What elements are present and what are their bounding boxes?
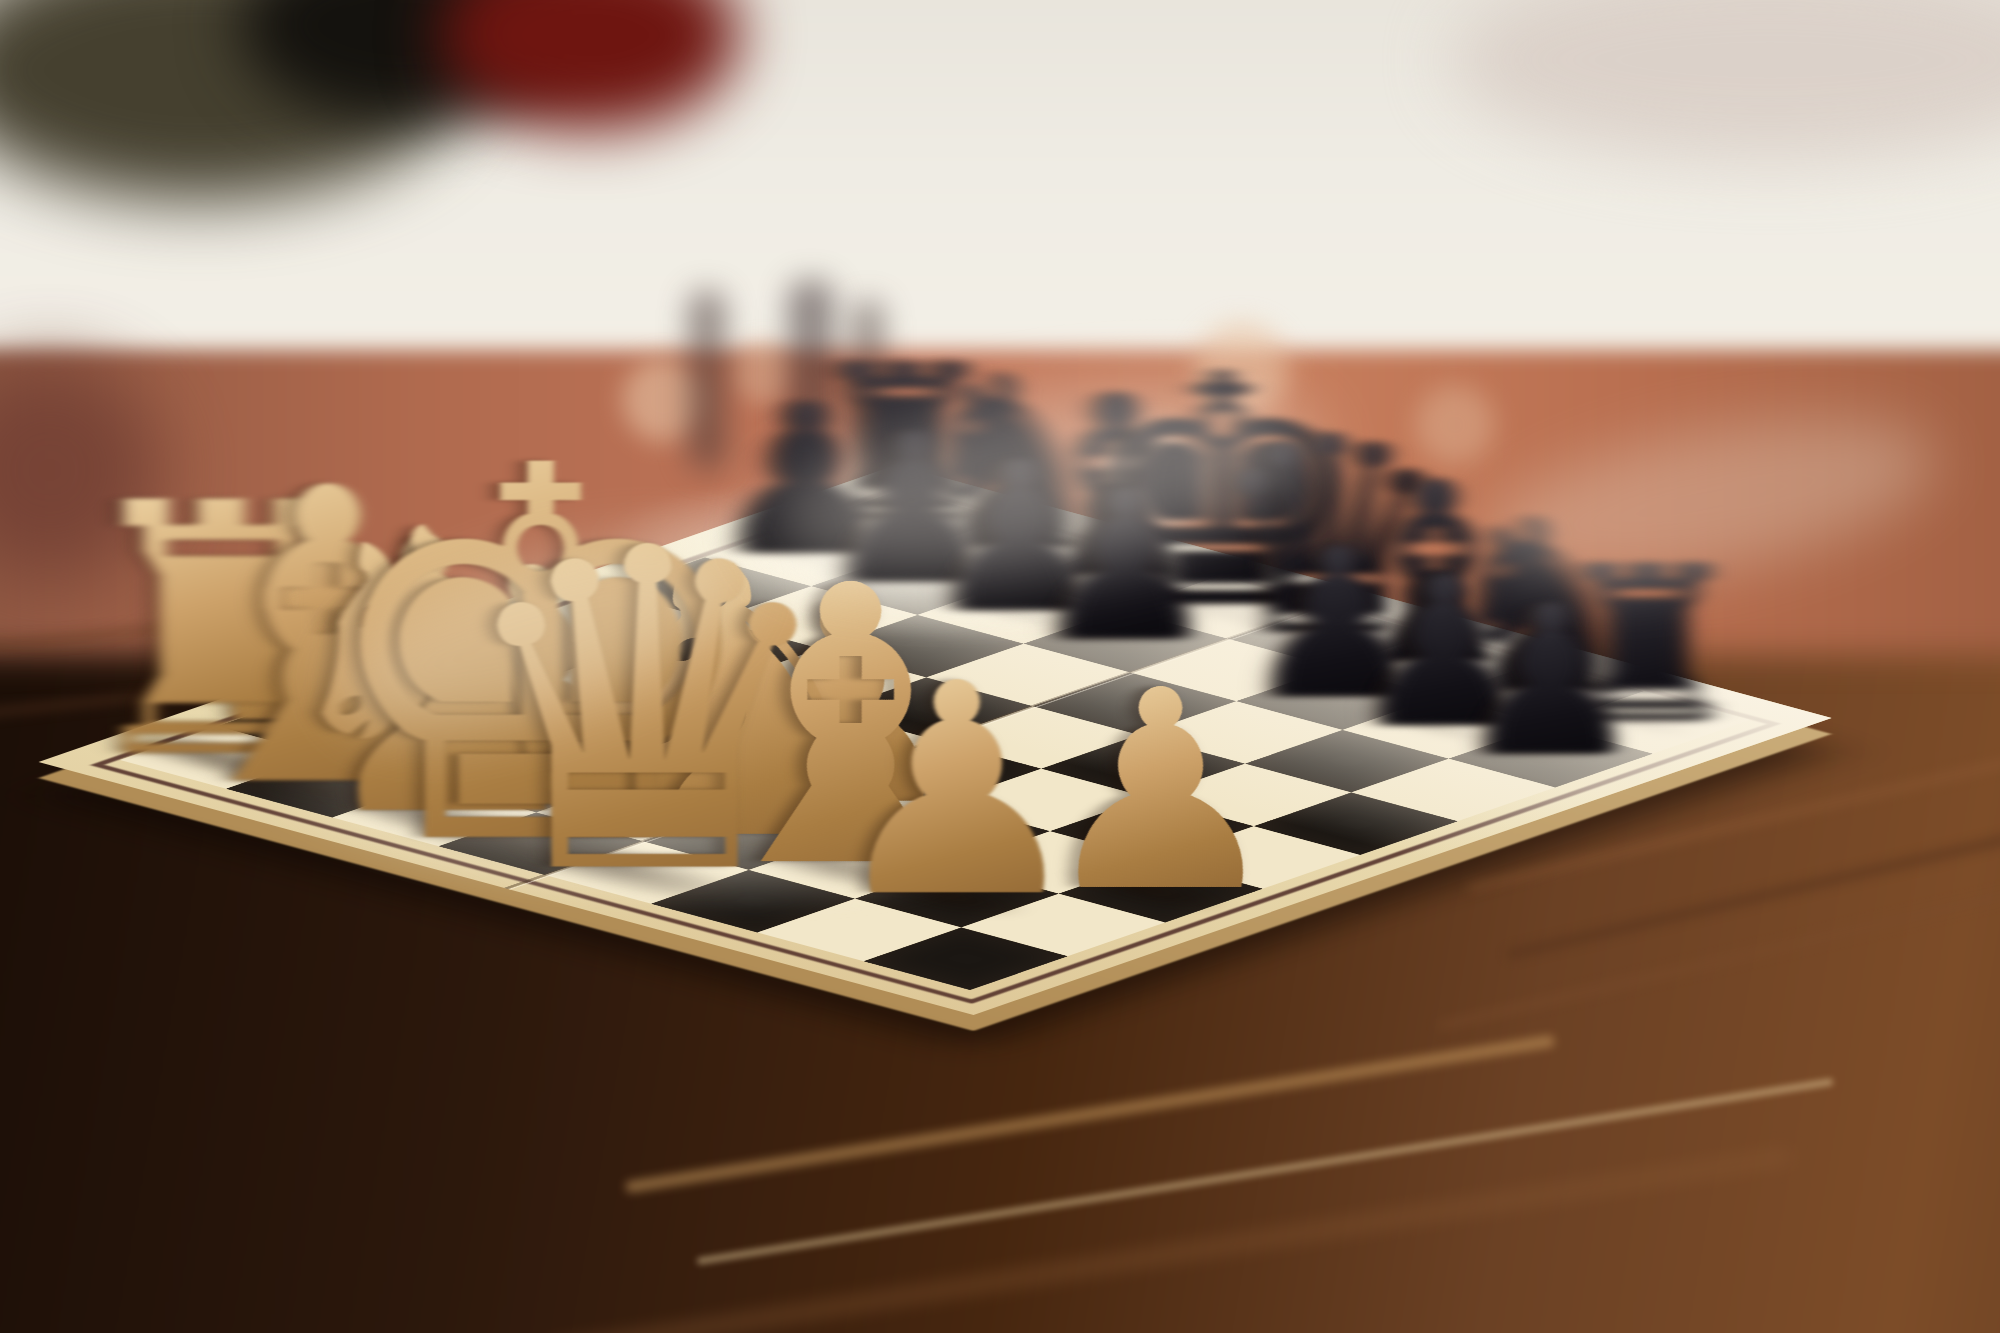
chess-photo-scene: ♜♝♞♚♛♟♟♟♟♞♝♟♟♟♜♞♝♛♚♝♞♜♟♟♟♟♟♟♟ [0, 0, 2000, 1333]
black-pawn-glyph: ♟ [1457, 577, 1643, 785]
white-pawn-glyph: ♟ [826, 645, 1088, 937]
